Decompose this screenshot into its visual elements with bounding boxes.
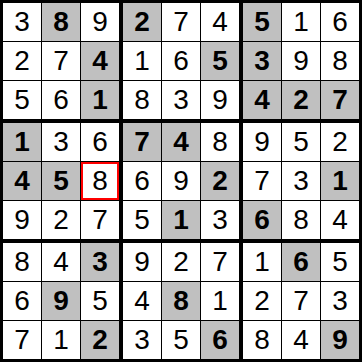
cell-r6c7[interactable]: 6 — [243, 201, 282, 243]
cell-r2c4[interactable]: 1 — [123, 42, 162, 81]
cell-r4c3[interactable]: 6 — [81, 123, 123, 162]
cell-r2c1[interactable]: 2 — [3, 42, 42, 81]
cell-r6c5[interactable]: 1 — [162, 201, 201, 243]
cell-r6c1[interactable]: 9 — [3, 201, 42, 243]
cell-r7c4[interactable]: 9 — [123, 243, 162, 282]
sudoku-board: 3892745162741653985618394271367489524586… — [0, 0, 362, 362]
cell-r6c8[interactable]: 8 — [282, 201, 321, 243]
cell-r1c5[interactable]: 7 — [162, 3, 201, 42]
cell-r5c5[interactable]: 9 — [162, 162, 201, 201]
cell-r7c5[interactable]: 2 — [162, 243, 201, 282]
cell-r8c4[interactable]: 4 — [123, 282, 162, 321]
cell-r1c3[interactable]: 9 — [81, 3, 123, 42]
cell-r3c3[interactable]: 1 — [81, 81, 123, 123]
cell-r7c3[interactable]: 3 — [81, 243, 123, 282]
cell-r8c9[interactable]: 3 — [321, 282, 359, 321]
cell-r8c7[interactable]: 2 — [243, 282, 282, 321]
cell-r3c5[interactable]: 3 — [162, 81, 201, 123]
cell-r6c9[interactable]: 4 — [321, 201, 359, 243]
cell-r4c1[interactable]: 1 — [3, 123, 42, 162]
cell-r4c5[interactable]: 4 — [162, 123, 201, 162]
cell-r9c5[interactable]: 5 — [162, 321, 201, 359]
cell-r7c9[interactable]: 5 — [321, 243, 359, 282]
cell-r1c7[interactable]: 5 — [243, 3, 282, 42]
cell-r2c9[interactable]: 8 — [321, 42, 359, 81]
cell-r1c8[interactable]: 1 — [282, 3, 321, 42]
cell-r2c3[interactable]: 4 — [81, 42, 123, 81]
cell-r4c7[interactable]: 9 — [243, 123, 282, 162]
cell-r2c6[interactable]: 5 — [201, 42, 243, 81]
cell-r8c6[interactable]: 1 — [201, 282, 243, 321]
cell-r5c1[interactable]: 4 — [3, 162, 42, 201]
cell-r8c1[interactable]: 6 — [3, 282, 42, 321]
cell-r8c3[interactable]: 5 — [81, 282, 123, 321]
cell-r5c3[interactable]: 8 — [81, 162, 123, 201]
cell-r5c7[interactable]: 7 — [243, 162, 282, 201]
cell-r1c1[interactable]: 3 — [3, 3, 42, 42]
cell-r3c9[interactable]: 7 — [321, 81, 359, 123]
cell-r3c4[interactable]: 8 — [123, 81, 162, 123]
cell-r2c2[interactable]: 7 — [42, 42, 81, 81]
cell-r9c9[interactable]: 9 — [321, 321, 359, 359]
cell-r3c1[interactable]: 5 — [3, 81, 42, 123]
cell-r6c4[interactable]: 5 — [123, 201, 162, 243]
cell-r7c2[interactable]: 4 — [42, 243, 81, 282]
cell-r4c6[interactable]: 8 — [201, 123, 243, 162]
cell-r5c6[interactable]: 2 — [201, 162, 243, 201]
cell-r9c8[interactable]: 4 — [282, 321, 321, 359]
cell-r1c2[interactable]: 8 — [42, 3, 81, 42]
cell-r4c8[interactable]: 5 — [282, 123, 321, 162]
cell-r2c8[interactable]: 9 — [282, 42, 321, 81]
cell-r6c6[interactable]: 3 — [201, 201, 243, 243]
cell-r6c3[interactable]: 7 — [81, 201, 123, 243]
cell-r2c7[interactable]: 3 — [243, 42, 282, 81]
cell-r9c3[interactable]: 2 — [81, 321, 123, 359]
cell-r1c9[interactable]: 6 — [321, 3, 359, 42]
cell-r7c8[interactable]: 6 — [282, 243, 321, 282]
cell-r1c4[interactable]: 2 — [123, 3, 162, 42]
cell-r3c7[interactable]: 4 — [243, 81, 282, 123]
cell-r7c6[interactable]: 7 — [201, 243, 243, 282]
cell-r9c6[interactable]: 6 — [201, 321, 243, 359]
cell-r5c2[interactable]: 5 — [42, 162, 81, 201]
cell-r4c9[interactable]: 2 — [321, 123, 359, 162]
cell-r1c6[interactable]: 4 — [201, 3, 243, 42]
cell-r3c2[interactable]: 6 — [42, 81, 81, 123]
cell-r9c2[interactable]: 1 — [42, 321, 81, 359]
cell-r9c1[interactable]: 7 — [3, 321, 42, 359]
cell-r7c7[interactable]: 1 — [243, 243, 282, 282]
cell-r3c8[interactable]: 2 — [282, 81, 321, 123]
cell-r4c2[interactable]: 3 — [42, 123, 81, 162]
cell-r5c8[interactable]: 3 — [282, 162, 321, 201]
cell-r4c4[interactable]: 7 — [123, 123, 162, 162]
cell-r8c8[interactable]: 7 — [282, 282, 321, 321]
cell-r2c5[interactable]: 6 — [162, 42, 201, 81]
cell-r9c4[interactable]: 3 — [123, 321, 162, 359]
cell-r5c9[interactable]: 1 — [321, 162, 359, 201]
cell-r9c7[interactable]: 8 — [243, 321, 282, 359]
cell-r3c6[interactable]: 9 — [201, 81, 243, 123]
cell-r7c1[interactable]: 8 — [3, 243, 42, 282]
cell-r8c5[interactable]: 8 — [162, 282, 201, 321]
cell-r8c2[interactable]: 9 — [42, 282, 81, 321]
cell-r6c2[interactable]: 2 — [42, 201, 81, 243]
cell-r5c4[interactable]: 6 — [123, 162, 162, 201]
